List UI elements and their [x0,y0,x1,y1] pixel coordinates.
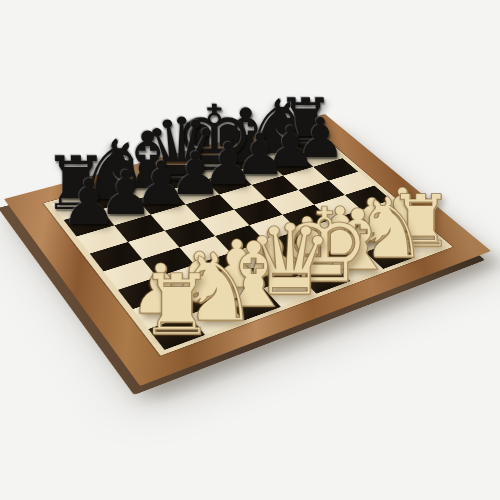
board-grid [51,133,445,350]
scene: ♜♞♝♛♚♝♞♜♟♟♟♟♟♟♟♟♟♟♟♟♟♟♟♟♜♞♝♛♚♝♞♜ [0,0,500,500]
board-inlay [43,129,452,355]
